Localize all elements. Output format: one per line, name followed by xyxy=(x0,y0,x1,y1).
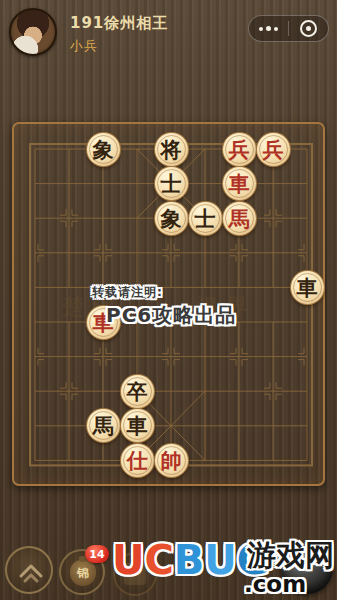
ucbug-letter: B xyxy=(174,537,205,583)
piece-black-horse[interactable]: 馬 xyxy=(86,408,121,443)
expand-button[interactable] xyxy=(5,546,53,594)
ucbug-letter: G xyxy=(237,537,270,583)
dark-sphere-button[interactable] xyxy=(281,542,333,594)
level-title: 191徐州相王 xyxy=(70,14,168,33)
piece-black-general[interactable]: 将 xyxy=(154,132,189,167)
tips-bag-button[interactable]: 锦 14 xyxy=(59,549,105,595)
money-bag-icon: 锦 xyxy=(70,560,96,586)
piece-black-soldier[interactable]: 卒 xyxy=(120,374,155,409)
piece-red-general[interactable]: 帥 xyxy=(154,443,189,478)
piece-red-soldier[interactable]: 兵 xyxy=(256,132,291,167)
obscured-icon xyxy=(124,563,146,585)
pc6-watermark-line1: 转载请注明: xyxy=(92,284,236,301)
piece-red-horse[interactable]: 馬 xyxy=(222,201,257,236)
app-screen: 191徐州相王 小兵 楚河 汉界 象将兵兵士車象士馬車車卒馬車仕帥 转载请注明:… xyxy=(0,0,337,600)
piece-black-elephant[interactable]: 象 xyxy=(86,132,121,167)
close-icon xyxy=(300,20,317,37)
player-avatar[interactable] xyxy=(9,8,57,56)
pc6-watermark-line2: PC6攻略出品 xyxy=(106,302,236,329)
piece-black-advisor[interactable]: 士 xyxy=(154,166,189,201)
miniprogram-capsule xyxy=(248,15,329,42)
piece-red-advisor[interactable]: 仕 xyxy=(120,443,155,478)
obscured-tool-button[interactable] xyxy=(113,552,157,596)
chevron-up-icon xyxy=(17,560,45,584)
pc6-watermark: 转载请注明: PC6攻略出品 xyxy=(92,284,236,329)
piece-black-chariot[interactable]: 車 xyxy=(120,408,155,443)
piece-black-advisor[interactable]: 士 xyxy=(188,201,223,236)
more-icon xyxy=(259,26,278,31)
piece-red-soldier[interactable]: 兵 xyxy=(222,132,257,167)
close-button[interactable] xyxy=(289,16,328,41)
ucbug-letter: U xyxy=(204,537,236,583)
piece-black-elephant[interactable]: 象 xyxy=(154,201,189,236)
bag-label: 锦 xyxy=(77,565,89,582)
piece-red-chariot[interactable]: 車 xyxy=(222,166,257,201)
piece-black-chariot[interactable]: 車 xyxy=(290,270,325,305)
player-rank: 小兵 xyxy=(70,37,98,55)
more-button[interactable] xyxy=(249,16,288,41)
notification-badge: 14 xyxy=(85,545,109,563)
